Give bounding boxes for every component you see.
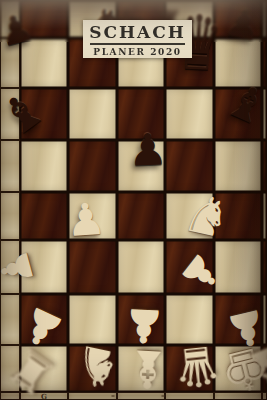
board-frame-left: [0, 88, 20, 140]
square-d3: [165, 240, 214, 294]
square-a5: [20, 140, 68, 192]
square-e3: [214, 240, 262, 294]
cover-title: SCHACH: [89, 22, 186, 42]
square-e8: [214, 0, 262, 38]
square-c3: [117, 240, 165, 294]
board-frame-left: [0, 140, 20, 192]
square-f5: [262, 140, 267, 192]
square-a2: [20, 294, 68, 345]
square-f2: [262, 294, 267, 345]
frame-mark: [112, 395, 115, 397]
square-f6: [262, 88, 267, 140]
square-b4: [68, 192, 117, 240]
square-d6: [165, 88, 214, 140]
board-frame-left: [0, 0, 20, 38]
square-a4: [20, 192, 68, 240]
square-d2: [165, 294, 214, 345]
square-b2: [68, 294, 117, 345]
board-frame-bottom: [68, 392, 117, 400]
square-c2: [117, 294, 165, 345]
board-frame-bottom: [117, 392, 165, 400]
square-f4: [262, 192, 267, 240]
cover-label: SCHACH PLANER 2020: [83, 20, 192, 58]
board-frame-bottom: [262, 392, 267, 400]
frame-letter-g: G: [41, 392, 47, 400]
square-f8: [262, 0, 267, 38]
square-e4: [214, 192, 262, 240]
frame-mark: [162, 395, 165, 397]
square-f3: [262, 240, 267, 294]
square-a1: [20, 345, 68, 392]
board-frame-bottom: [165, 392, 214, 400]
book-cover: G ♟♞♚♜♛♟♝♝♟♟♞♟♟♟♟♟♜♞♝♛♚♝ SCHACH PLANER 2…: [0, 0, 267, 400]
title-divider: [90, 43, 185, 45]
square-d1: [165, 345, 214, 392]
square-e5: [214, 140, 262, 192]
board-frame-bottom: [214, 392, 262, 400]
square-a3: [20, 240, 68, 294]
square-a7: [20, 38, 68, 88]
square-a6: [20, 88, 68, 140]
square-a8: [20, 0, 68, 38]
square-b1: [68, 345, 117, 392]
square-c1: [117, 345, 165, 392]
cover-subtitle: PLANER 2020: [93, 47, 181, 57]
square-d5: [165, 140, 214, 192]
square-e7: [214, 38, 262, 88]
square-b3: [68, 240, 117, 294]
square-c5: [117, 140, 165, 192]
square-b5: [68, 140, 117, 192]
board-frame-left: [0, 192, 20, 240]
square-e2: [214, 294, 262, 345]
square-c4: [117, 192, 165, 240]
square-e6: [214, 88, 262, 140]
board-frame-left: [0, 294, 20, 345]
square-b6: [68, 88, 117, 140]
board-frame-left: [0, 38, 20, 88]
square-c6: [117, 88, 165, 140]
board-frame-left: [0, 240, 20, 294]
square-f7: [262, 38, 267, 88]
square-f1: [262, 345, 267, 392]
square-d4: [165, 192, 214, 240]
board-frame-left: [0, 345, 20, 392]
square-e1: [214, 345, 262, 392]
board-frame-left: [0, 392, 20, 400]
